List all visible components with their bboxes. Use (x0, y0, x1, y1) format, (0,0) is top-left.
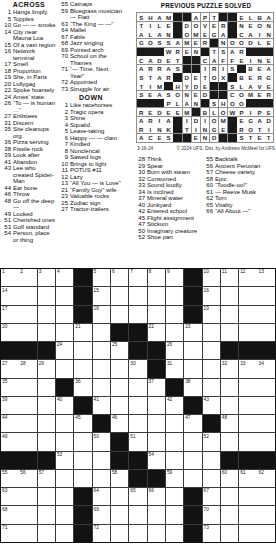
main-cell-r5c7[interactable]: 25 (111, 342, 129, 359)
main-cell-r6c2[interactable]: 28 (19, 360, 37, 377)
main-cell-r8c13[interactable] (221, 397, 239, 414)
main-cell-r4c13[interactable] (221, 324, 239, 341)
main-cell-r9c2[interactable] (19, 415, 37, 432)
solved-letter: O (239, 39, 244, 46)
main-cell-r12c15[interactable]: 62 (257, 470, 275, 487)
main-cell-r2c4[interactable] (56, 287, 74, 304)
main-cell-r6c4[interactable] (56, 360, 74, 377)
main-cell-r9c15[interactable] (257, 415, 275, 432)
main-cell-r6c13[interactable]: 32 (221, 360, 239, 377)
main-cell-r2c3[interactable] (38, 287, 56, 304)
solved-letter: A (267, 14, 271, 21)
solved-letter: T (148, 74, 152, 81)
main-cell-r14c8[interactable] (129, 506, 147, 523)
down-clues-columns: 28Think29Spear30Burn with steam32Consume… (136, 156, 276, 241)
main-black-cell-r1c11 (184, 269, 202, 286)
main-cell-r14c9[interactable] (148, 506, 166, 523)
solved-cell-r12c5: E (173, 108, 182, 116)
main-cell-r6c10[interactable]: 31 (166, 360, 184, 377)
main-cell-r3c4[interactable] (56, 306, 74, 323)
main-cell-r7c8[interactable] (129, 379, 147, 396)
main-cell-r8c1[interactable]: 39 (1, 397, 19, 414)
main-cell-r9c7[interactable]: 46 (111, 415, 129, 432)
main-cell-r3c6[interactable]: 18 (93, 306, 111, 323)
solved-cell-r9c1: T (137, 82, 146, 90)
main-black-cell-r2c11 (184, 287, 202, 304)
solved-black-cell-r5c8 (201, 48, 210, 56)
main-cell-r4c11[interactable]: 23 (184, 324, 202, 341)
main-cell-r11c12[interactable] (203, 452, 221, 469)
cell-number: 2 (20, 269, 23, 274)
main-cell-r7c9[interactable]: 37 (148, 379, 166, 396)
solved-cell-r3c3: A (155, 30, 164, 38)
main-cell-r2c8[interactable] (129, 287, 147, 304)
cell-number: 24 (57, 342, 62, 347)
solved-letter: A (267, 65, 271, 72)
main-cell-r7c2[interactable] (19, 379, 37, 396)
across-clues-list-2: 55Catnaps59Bluegrass musician — Flatt63“… (59, 1, 123, 92)
main-cell-r3c10[interactable] (166, 306, 184, 323)
solved-letter: O (230, 39, 235, 46)
solved-cell-r3c2: L (146, 30, 155, 38)
solved-cell-r4c10: N (219, 39, 228, 47)
solved-letter: H (221, 100, 225, 107)
main-cell-r11c5[interactable] (74, 452, 92, 469)
main-cell-r14c6[interactable]: 69 (93, 506, 111, 523)
solved-cell-r2c7: O (192, 22, 201, 30)
main-grid: 1234567891011121314151617181920212223242… (0, 268, 276, 543)
main-cell-r4c6[interactable] (93, 324, 111, 341)
main-cell-r2c10[interactable] (166, 287, 184, 304)
main-cell-r5c12[interactable] (203, 342, 221, 359)
clue-text: Shoe part (147, 234, 200, 241)
main-cell-r12c7[interactable]: 58 (111, 470, 129, 487)
solved-black-cell-r8c5 (173, 73, 182, 81)
solved-letter: N (267, 22, 271, 29)
solved-cell-r14c1: R (137, 125, 146, 133)
solved-cell-r5c9: T (210, 48, 219, 56)
main-black-cell-r5c8 (129, 342, 147, 359)
main-cell-r14c4[interactable] (56, 506, 74, 523)
main-cell-r8c4[interactable]: 40 (56, 397, 74, 414)
solved-letter: E (167, 22, 171, 29)
main-cell-r7c13[interactable] (221, 379, 239, 396)
main-black-cell-r6c9 (148, 360, 166, 377)
solved-letter: C (239, 31, 243, 38)
solved-cell-r4c4: S (164, 39, 173, 47)
main-cell-r15c9[interactable] (148, 525, 166, 542)
cell-number: 63 (2, 488, 7, 493)
main-cell-r14c10[interactable] (166, 506, 184, 523)
main-black-cell-r4c8 (129, 324, 147, 341)
solved-letter: R (267, 91, 271, 98)
down-clues-list-2: 28Think29Spear30Burn with steam32Consume… (136, 156, 200, 241)
solved-letter: A (212, 57, 216, 64)
solved-black-cell-r14c11 (228, 125, 237, 133)
cell-number: 28 (20, 361, 25, 366)
solved-cell-r13c9: O (210, 117, 219, 125)
clue-text: Bluegrass musician — Flatt (70, 8, 123, 21)
main-cell-r15c1[interactable]: 71 (1, 525, 19, 542)
solved-cell-r7c4: A (164, 65, 173, 73)
main-cell-r7c11[interactable]: 38 (184, 379, 202, 396)
main-cell-r8c8[interactable] (129, 397, 147, 414)
solved-cell-r1c12: E (237, 13, 246, 21)
main-black-cell-r11c2 (19, 452, 37, 469)
clue-number: 73 (59, 86, 70, 93)
main-cell-r1c6[interactable]: 5 (93, 269, 111, 286)
main-cell-r12c12[interactable] (203, 470, 221, 487)
main-cell-r13c13[interactable] (221, 488, 239, 505)
main-cell-r1c3[interactable]: 3 (38, 269, 56, 286)
main-cell-r13c14[interactable] (239, 488, 257, 505)
main-cell-r3c2[interactable] (19, 306, 37, 323)
solved-cell-r12c1: R (137, 108, 146, 116)
main-cell-r5c5[interactable] (74, 342, 92, 359)
solved-letter: S (239, 134, 243, 141)
main-cell-r3c9[interactable] (148, 306, 166, 323)
main-cell-r7c1[interactable]: 35 (1, 379, 19, 396)
main-cell-r13c7[interactable] (111, 488, 129, 505)
main-cell-r10c10[interactable] (166, 433, 184, 450)
solved-cell-r2c12: N (237, 22, 246, 30)
main-black-cell-r9c6 (93, 415, 111, 432)
main-cell-r10c11[interactable] (184, 433, 202, 450)
main-cell-r6c8[interactable]: 30 (129, 360, 147, 377)
main-cell-r6c5[interactable] (74, 360, 92, 377)
solved-cell-r10c6: N (183, 91, 192, 99)
solved-letter: E (194, 39, 198, 46)
main-cell-r12c11[interactable] (184, 470, 202, 487)
main-cell-r12c6[interactable] (93, 470, 111, 487)
solved-cell-r10c4: S (164, 91, 173, 99)
main-cell-r1c10[interactable]: 9 (166, 269, 184, 286)
solved-cell-r3c4: N (164, 30, 173, 38)
main-black-cell-r9c12 (203, 415, 221, 432)
main-cell-r13c1[interactable]: 63 (1, 488, 19, 505)
main-cell-r12c5[interactable] (74, 470, 92, 487)
main-cell-r9c1[interactable]: 44 (1, 415, 19, 432)
main-cell-r9c9[interactable] (148, 415, 166, 432)
solved-black-cell-r2c5 (173, 22, 182, 30)
solved-letter: B (239, 74, 243, 81)
main-cell-r5c11[interactable] (184, 342, 202, 359)
main-cell-r2c13[interactable] (221, 287, 239, 304)
main-cell-r15c2[interactable] (19, 525, 37, 542)
solved-cell-r8c10: X (219, 73, 228, 81)
main-cell-r8c6[interactable]: 41 (93, 397, 111, 414)
solved-black-cell-r5c1 (137, 48, 146, 56)
main-cell-r3c15[interactable] (257, 306, 275, 323)
main-cell-r15c15[interactable] (257, 525, 275, 542)
main-cell-r15c7[interactable] (111, 525, 129, 542)
solved-cell-r11c9: S (210, 99, 219, 107)
solved-letter: L (176, 100, 180, 107)
solved-letter: M (157, 83, 162, 90)
main-cell-r13c6[interactable]: 64 (93, 488, 111, 505)
main-cell-r4c15[interactable] (257, 324, 275, 341)
main-cell-r12c1[interactable]: 55 (1, 470, 19, 487)
main-cell-r10c4[interactable] (56, 433, 74, 450)
main-cell-r9c11[interactable]: 47 (184, 415, 202, 432)
solved-letter: E (167, 57, 171, 64)
main-cell-r13c15[interactable] (257, 488, 275, 505)
main-cell-r14c1[interactable]: 68 (1, 506, 19, 523)
main-cell-r10c8[interactable]: 51 (129, 433, 147, 450)
main-cell-r1c7[interactable]: 6 (111, 269, 129, 286)
main-black-cell-r3c5 (74, 306, 92, 323)
main-cell-r4c9[interactable]: 22 (148, 324, 166, 341)
main-cell-r15c12[interactable]: 73 (203, 525, 221, 542)
solved-letter: E (248, 22, 252, 29)
main-cell-r8c12[interactable]: 43 (203, 397, 221, 414)
main-cell-r8c7[interactable] (111, 397, 129, 414)
solved-cell-r1c8: P (201, 13, 210, 21)
main-cell-r4c10[interactable] (166, 324, 184, 341)
solved-cell-r3c6: O (183, 30, 192, 38)
main-cell-r14c14[interactable] (239, 506, 257, 523)
solved-letter: T (203, 74, 207, 81)
main-cell-r10c5[interactable] (74, 433, 92, 450)
solved-cell-r5c12: R (237, 48, 246, 56)
main-cell-r3c14[interactable] (239, 306, 257, 323)
main-cell-r6c11[interactable] (184, 360, 202, 377)
clue-number: 27 (59, 206, 70, 213)
main-cell-r10c9[interactable] (148, 433, 166, 450)
main-cell-r9c8[interactable] (129, 415, 147, 432)
main-cell-r9c14[interactable] (239, 415, 257, 432)
main-cell-r3c1[interactable]: 17 (1, 306, 19, 323)
main-cell-r4c5[interactable]: 21 (74, 324, 92, 341)
main-cell-r9c13[interactable]: 48 (221, 415, 239, 432)
solved-letter: A (157, 91, 161, 98)
solved-letter: I (159, 117, 161, 124)
main-cell-r1c9[interactable]: 8 (148, 269, 166, 286)
solved-cell-r3c10: A (219, 30, 228, 38)
main-cell-r2c7[interactable] (111, 287, 129, 304)
solved-letter: E (194, 74, 198, 81)
main-cell-r5c10[interactable]: 26 (166, 342, 184, 359)
main-cell-r7c5[interactable]: 36 (74, 379, 92, 396)
main-cell-r13c9[interactable]: 66 (148, 488, 166, 505)
main-cell-r2c14[interactable] (239, 287, 257, 304)
solved-letter: S (167, 134, 171, 141)
main-cell-r14c3[interactable] (38, 506, 56, 523)
cell-number: 48 (222, 415, 227, 420)
main-cell-r10c15[interactable] (257, 433, 275, 450)
main-cell-r13c4[interactable] (56, 488, 74, 505)
main-cell-r10c3[interactable] (38, 433, 56, 450)
clue-number: 59 (59, 8, 70, 15)
main-cell-r1c2[interactable]: 2 (19, 269, 37, 286)
main-cell-r5c4[interactable]: 24 (56, 342, 74, 359)
main-cell-r4c2[interactable] (19, 324, 37, 341)
main-cell-r9c5[interactable]: 45 (74, 415, 92, 432)
main-cell-r1c15[interactable]: 13 (257, 269, 275, 286)
solved-letter: T (249, 134, 253, 141)
main-cell-r8c10[interactable]: 42 (166, 397, 184, 414)
main-cell-r12c4[interactable] (56, 470, 74, 487)
main-cell-r14c13[interactable] (221, 506, 239, 523)
main-cell-r2c12[interactable]: 16 (203, 287, 221, 304)
main-cell-r1c13[interactable]: 11 (221, 269, 239, 286)
solved-letter: B (248, 65, 252, 72)
solved-cell-r5c7: N (192, 48, 201, 56)
solved-cell-r3c14: I (255, 30, 264, 38)
main-cell-r10c12[interactable]: 52 (203, 433, 221, 450)
main-cell-r13c12[interactable]: 67 (203, 488, 221, 505)
main-cell-r5c6[interactable] (93, 342, 111, 359)
main-cell-r4c14[interactable] (239, 324, 257, 341)
main-cell-r7c7[interactable] (111, 379, 129, 396)
main-cell-r2c15[interactable] (257, 287, 275, 304)
main-cell-r12c14[interactable]: 61 (239, 470, 257, 487)
main-cell-r4c4[interactable] (56, 324, 74, 341)
solved-letter: R (239, 48, 243, 55)
main-cell-r6c14[interactable]: 33 (239, 360, 257, 377)
cell-number: 57 (39, 470, 44, 475)
main-cell-r3c7[interactable] (111, 306, 129, 323)
main-cell-r6c15[interactable]: 34 (257, 360, 275, 377)
cell-number: 38 (185, 379, 190, 384)
solved-black-cell-r5c3 (155, 48, 164, 56)
solved-cell-r6c3: D (155, 56, 164, 64)
main-cell-r11c9[interactable]: 54 (148, 452, 166, 469)
cell-number: 9 (167, 269, 170, 274)
main-cell-r6c1[interactable]: 27 (1, 360, 19, 377)
solved-letter: S (157, 39, 161, 46)
main-cell-r1c14[interactable]: 12 (239, 269, 257, 286)
solved-black-cell-r11c2 (146, 99, 155, 107)
solved-cell-r14c9: G (210, 125, 219, 133)
main-cell-r15c10[interactable] (166, 525, 184, 542)
solved-cell-r15c4: S (164, 134, 173, 142)
main-black-cell-r15c5 (74, 525, 92, 542)
main-cell-r11c10[interactable] (166, 452, 184, 469)
main-cell-r9c4[interactable] (56, 415, 74, 432)
main-cell-r15c6[interactable]: 72 (93, 525, 111, 542)
main-cell-r1c1[interactable]: 1 (1, 269, 19, 286)
clue-number: 48 (2, 198, 13, 205)
down-header: DOWN (59, 94, 123, 102)
main-cell-r6c6[interactable] (93, 360, 111, 377)
main-cell-r14c2[interactable] (19, 506, 37, 523)
main-cell-r15c13[interactable] (221, 525, 239, 542)
main-cell-r12c13[interactable]: 60 (221, 470, 239, 487)
solved-cell-r1c14: B (255, 13, 264, 21)
main-cell-r6c12[interactable] (203, 360, 221, 377)
main-cell-r13c10[interactable] (166, 488, 184, 505)
main-cell-r10c13[interactable] (221, 433, 239, 450)
cell-number: 10 (204, 269, 209, 274)
main-cell-r7c14[interactable] (239, 379, 257, 396)
main-cell-r11c6[interactable] (93, 452, 111, 469)
main-cell-r3c8[interactable] (129, 306, 147, 323)
main-cell-r3c3[interactable] (38, 306, 56, 323)
solved-letter: G (139, 39, 144, 46)
main-cell-r1c4[interactable]: 4 (56, 269, 74, 286)
main-cell-r7c6[interactable] (93, 379, 111, 396)
solved-letter: A (157, 74, 161, 81)
main-cell-r14c12[interactable]: 70 (203, 506, 221, 523)
solved-cell-r9c2: I (146, 82, 155, 90)
solved-letter: I (186, 117, 188, 124)
main-cell-r2c1[interactable]: 14 (1, 287, 19, 304)
main-cell-r10c2[interactable] (19, 433, 37, 450)
main-cell-r7c3[interactable] (38, 379, 56, 396)
main-cell-r2c9[interactable] (148, 287, 166, 304)
main-cell-r3c12[interactable]: 19 (203, 306, 221, 323)
solved-letter: R (139, 126, 143, 133)
main-cell-r8c3[interactable] (38, 397, 56, 414)
solved-black-cell-r6c7 (192, 56, 201, 64)
solved-cell-r11c4: P (164, 99, 173, 107)
main-cell-r8c15[interactable] (257, 397, 275, 414)
main-cell-r15c8[interactable] (129, 525, 147, 542)
main-black-cell-r11c3 (38, 452, 56, 469)
main-cell-r7c15[interactable] (257, 379, 275, 396)
main-cell-r2c6[interactable]: 15 (93, 287, 111, 304)
main-cell-r8c2[interactable] (19, 397, 37, 414)
solved-letter: E (267, 57, 271, 64)
main-cell-r13c3[interactable] (38, 488, 56, 505)
main-cell-r6c7[interactable] (111, 360, 129, 377)
main-cell-r7c12[interactable] (203, 379, 221, 396)
main-cell-r4c12[interactable] (203, 324, 221, 341)
solved-letter: A (166, 65, 170, 72)
main-cell-r10c1[interactable]: 49 (1, 433, 19, 450)
main-cell-r1c12[interactable]: 10 (203, 269, 221, 286)
main-cell-r12c10[interactable]: 59 (166, 470, 184, 487)
main-cell-r11c11[interactable] (184, 452, 202, 469)
main-cell-r15c14[interactable] (239, 525, 257, 542)
main-cell-r8c14[interactable] (239, 397, 257, 414)
main-cell-r9c10[interactable] (166, 415, 184, 432)
main-cell-r12c2[interactable]: 56 (19, 470, 37, 487)
solved-letter: W (166, 48, 172, 55)
main-cell-r2c2[interactable] (19, 287, 37, 304)
main-cell-r14c7[interactable] (111, 506, 129, 523)
main-cell-r12c3[interactable]: 57 (38, 470, 56, 487)
solved-letter: S (167, 39, 171, 46)
main-cell-r13c2[interactable] (19, 488, 37, 505)
main-cell-r10c14[interactable] (239, 433, 257, 450)
main-cell-r4c1[interactable]: 20 (1, 324, 19, 341)
main-cell-r8c9[interactable] (148, 397, 166, 414)
solved-cell-r11c6: A (183, 99, 192, 107)
main-cell-r3c13[interactable] (221, 306, 239, 323)
solved-letter: O (230, 100, 235, 107)
main-cell-r11c4[interactable]: 53 (56, 452, 74, 469)
main-cell-r4c3[interactable] (38, 324, 56, 341)
puzzle-date: 3-16-24 (137, 146, 153, 151)
solved-cell-r13c8: I (201, 117, 210, 125)
solved-letter: N (194, 100, 198, 107)
main-cell-r13c8[interactable]: 65 (129, 488, 147, 505)
cell-number: 42 (167, 397, 172, 402)
solved-cell-r8c9: O (210, 73, 219, 81)
main-cell-r9c3[interactable] (38, 415, 56, 432)
solved-letter: N (203, 126, 207, 133)
main-cell-r15c3[interactable] (38, 525, 56, 542)
main-cell-r14c15[interactable] (257, 506, 275, 523)
main-cell-r6c3[interactable]: 29 (38, 360, 56, 377)
main-cell-r10c6[interactable]: 50 (93, 433, 111, 450)
main-cell-r15c4[interactable] (56, 525, 74, 542)
solved-letter: O (248, 126, 253, 133)
main-cell-r1c8[interactable]: 7 (129, 269, 147, 286)
cell-number: 7 (130, 269, 133, 274)
